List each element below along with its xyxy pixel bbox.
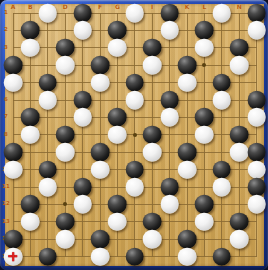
grid-line-vertical	[256, 13, 257, 258]
row-label: 2	[4, 28, 8, 34]
black-stone[interactable]	[108, 108, 127, 127]
black-stone[interactable]	[91, 230, 110, 249]
black-stone[interactable]	[230, 213, 249, 232]
white-stone[interactable]	[178, 247, 197, 266]
black-stone[interactable]	[195, 21, 214, 40]
last-move-marker	[9, 252, 18, 261]
black-stone[interactable]	[108, 21, 127, 40]
white-stone[interactable]	[178, 160, 197, 179]
grid-line-horizontal	[13, 239, 258, 240]
column-label: N	[237, 4, 242, 10]
black-stone[interactable]	[213, 247, 232, 266]
white-stone[interactable]	[91, 73, 110, 92]
black-stone[interactable]	[247, 4, 266, 23]
black-stone[interactable]	[56, 39, 75, 58]
black-stone[interactable]	[143, 39, 162, 58]
row-label: 1	[4, 10, 8, 16]
white-stone[interactable]	[4, 247, 23, 266]
white-stone[interactable]	[108, 39, 127, 58]
white-stone[interactable]	[21, 213, 40, 232]
go-app-window: ABCDEFGHIJKLMNO123456789101112131415	[0, 0, 268, 270]
black-stone[interactable]	[230, 126, 249, 145]
black-stone[interactable]	[56, 126, 75, 145]
white-stone[interactable]	[73, 108, 92, 127]
black-stone[interactable]	[247, 178, 266, 197]
black-stone[interactable]	[91, 143, 110, 162]
white-stone[interactable]	[108, 126, 127, 145]
black-stone[interactable]	[143, 213, 162, 232]
white-stone[interactable]	[56, 143, 75, 162]
white-stone[interactable]	[230, 56, 249, 75]
white-stone[interactable]	[91, 247, 110, 266]
black-stone[interactable]	[230, 39, 249, 58]
black-stone[interactable]	[73, 4, 92, 23]
black-stone[interactable]	[213, 160, 232, 179]
black-stone[interactable]	[21, 108, 40, 127]
white-stone[interactable]	[56, 56, 75, 75]
white-stone[interactable]	[213, 91, 232, 110]
white-stone[interactable]	[160, 21, 179, 40]
white-stone[interactable]	[160, 195, 179, 214]
black-stone[interactable]	[4, 143, 23, 162]
black-stone[interactable]	[126, 73, 145, 92]
white-stone[interactable]	[108, 213, 127, 232]
white-stone[interactable]	[4, 73, 23, 92]
white-stone[interactable]	[195, 39, 214, 58]
white-stone[interactable]	[39, 4, 58, 23]
white-stone[interactable]	[21, 39, 40, 58]
black-stone[interactable]	[73, 91, 92, 110]
column-label: B	[28, 4, 33, 10]
column-label: F	[98, 4, 102, 10]
black-stone[interactable]	[213, 73, 232, 92]
white-stone[interactable]	[230, 143, 249, 162]
black-stone[interactable]	[126, 247, 145, 266]
white-stone[interactable]	[143, 143, 162, 162]
column-label: K	[185, 4, 190, 10]
column-label: A	[11, 4, 16, 10]
black-stone[interactable]	[160, 91, 179, 110]
column-label: G	[115, 4, 120, 10]
white-stone[interactable]	[247, 195, 266, 214]
white-stone[interactable]	[213, 4, 232, 23]
white-stone[interactable]	[21, 126, 40, 145]
row-label: 7	[4, 115, 8, 121]
column-label: I	[151, 4, 153, 10]
white-stone[interactable]	[213, 178, 232, 197]
white-stone[interactable]	[4, 160, 23, 179]
white-stone[interactable]	[195, 213, 214, 232]
black-stone[interactable]	[195, 195, 214, 214]
star-point	[133, 133, 137, 137]
white-stone[interactable]	[230, 230, 249, 249]
black-stone[interactable]	[247, 91, 266, 110]
white-stone[interactable]	[247, 160, 266, 179]
black-stone[interactable]	[91, 56, 110, 75]
black-stone[interactable]	[195, 108, 214, 127]
black-stone[interactable]	[126, 160, 145, 179]
row-label: 6	[4, 97, 8, 103]
black-stone[interactable]	[160, 4, 179, 23]
black-stone[interactable]	[178, 143, 197, 162]
black-stone[interactable]	[4, 230, 23, 249]
black-stone[interactable]	[178, 56, 197, 75]
black-stone[interactable]	[160, 178, 179, 197]
white-stone[interactable]	[247, 108, 266, 127]
black-stone[interactable]	[73, 178, 92, 197]
white-stone[interactable]	[39, 178, 58, 197]
black-stone[interactable]	[39, 160, 58, 179]
grid-line-horizontal	[13, 221, 258, 222]
white-stone[interactable]	[126, 178, 145, 197]
row-label: 3	[4, 45, 8, 51]
column-label: D	[63, 4, 68, 10]
black-stone[interactable]	[21, 195, 40, 214]
black-stone[interactable]	[143, 126, 162, 145]
white-stone[interactable]	[39, 91, 58, 110]
white-stone[interactable]	[160, 108, 179, 127]
row-label: 11	[2, 184, 10, 190]
column-label: L	[202, 4, 206, 10]
black-stone[interactable]	[247, 143, 266, 162]
star-point	[63, 202, 67, 206]
white-stone[interactable]	[126, 4, 145, 23]
white-stone[interactable]	[73, 21, 92, 40]
black-stone[interactable]	[178, 230, 197, 249]
white-stone[interactable]	[178, 73, 197, 92]
black-stone[interactable]	[56, 213, 75, 232]
white-stone[interactable]	[56, 230, 75, 249]
black-stone[interactable]	[108, 195, 127, 214]
white-stone[interactable]	[91, 160, 110, 179]
white-stone[interactable]	[73, 195, 92, 214]
row-label: 8	[4, 132, 8, 138]
white-stone[interactable]	[126, 91, 145, 110]
black-stone[interactable]	[39, 73, 58, 92]
white-stone[interactable]	[247, 21, 266, 40]
star-point	[202, 63, 206, 67]
black-stone[interactable]	[4, 56, 23, 75]
white-stone[interactable]	[143, 56, 162, 75]
white-stone[interactable]	[195, 126, 214, 145]
black-stone[interactable]	[39, 247, 58, 266]
row-label: 13	[2, 219, 10, 225]
row-label: 12	[2, 202, 10, 208]
black-stone[interactable]	[21, 21, 40, 40]
white-stone[interactable]	[143, 230, 162, 249]
